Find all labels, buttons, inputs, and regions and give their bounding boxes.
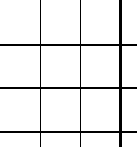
- cell-r2c4[interactable]: [122, 46, 137, 87]
- cell-r4c4[interactable]: [122, 133, 137, 147]
- cell-r1c4[interactable]: [122, 0, 137, 44]
- cell-r2c2[interactable]: [41, 46, 80, 87]
- cell-r1c3[interactable]: [81, 0, 119, 44]
- cell-r1c2[interactable]: [41, 0, 80, 44]
- cell-r4c2[interactable]: [41, 133, 80, 147]
- cell-r3c3[interactable]: [81, 89, 119, 131]
- cell-r3c4[interactable]: [122, 89, 137, 131]
- cell-r3c1[interactable]: [0, 89, 40, 131]
- sudoku-board: [0, 0, 137, 147]
- cell-r4c3[interactable]: [81, 133, 119, 147]
- cell-r2c1[interactable]: [0, 46, 40, 87]
- cell-r4c1[interactable]: [0, 133, 40, 147]
- cell-r1c1[interactable]: [0, 0, 40, 44]
- cell-r2c3[interactable]: [81, 46, 119, 87]
- cell-r3c2[interactable]: [41, 89, 80, 131]
